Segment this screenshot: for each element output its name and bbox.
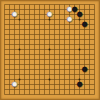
stone-black-r15: ● bbox=[82, 22, 87, 27]
stone-white-c17: ● bbox=[12, 12, 17, 17]
stones-layer: ●●●●●●●●●● bbox=[2, 2, 97, 97]
stone-white-k17: ● bbox=[47, 12, 52, 17]
stone-white-c3: ● bbox=[12, 82, 17, 87]
stone-black-q3: ● bbox=[77, 82, 82, 87]
go-board[interactable]: ●●●●●●●●●● bbox=[0, 0, 100, 100]
stone-white-o16: ● bbox=[67, 17, 72, 22]
stone-black-q17: ● bbox=[77, 12, 82, 17]
stone-black-r6: ● bbox=[82, 67, 87, 72]
